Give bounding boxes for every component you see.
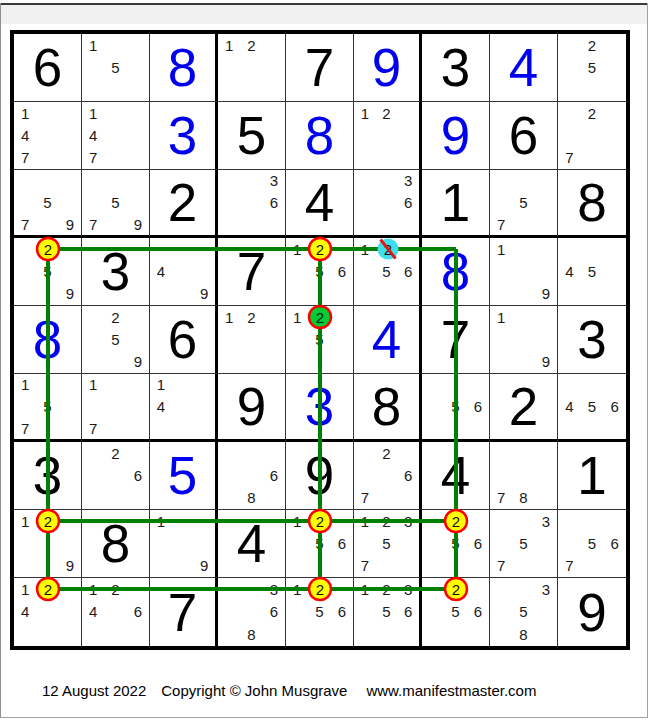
candidate-9: 9 (59, 213, 81, 235)
candidate-5: 5 (444, 396, 466, 418)
candidate-grid: 157 (14, 374, 81, 439)
cell-r5c7[interactable]: 7 (422, 306, 490, 374)
candidate-3: 3 (397, 510, 419, 532)
candidate-6: 6 (467, 532, 489, 554)
cell-r3c7[interactable]: 1 (422, 170, 490, 238)
footer-website[interactable]: www.manifestmaster.com (366, 682, 536, 699)
cell-r2c5[interactable]: 8 (286, 102, 354, 170)
cell-value: 3 (286, 374, 353, 439)
candidate-6: 6 (397, 260, 419, 282)
candidate-9: 9 (127, 213, 149, 235)
cell-r3c8[interactable]: 57 (490, 170, 558, 238)
candidate-grid: 259 (14, 238, 81, 305)
candidate-3: 3 (535, 510, 557, 532)
candidate-1: 1 (286, 238, 308, 260)
candidate-1: 1 (354, 510, 376, 532)
candidate-2: 2 (376, 442, 398, 464)
cell-r8c4[interactable]: 4 (218, 510, 286, 578)
cell-r5c6[interactable]: 4 (354, 306, 422, 374)
candidate-6: 6 (467, 396, 489, 418)
cell-value: 8 (422, 238, 489, 305)
candidate-2: 2 (104, 306, 126, 328)
cell-value: 5 (150, 442, 215, 509)
candidate-9: 9 (535, 351, 557, 373)
cell-value: 2 (150, 170, 215, 235)
candidate-2: 2 (581, 34, 604, 56)
candidate-1: 1 (354, 102, 376, 124)
candidate-7: 7 (490, 555, 512, 577)
candidate-grid: 259 (82, 306, 149, 373)
cell-r2c7[interactable]: 9 (422, 102, 490, 170)
cell-r7c4[interactable]: 68 (218, 442, 286, 510)
candidate-6: 6 (263, 464, 285, 486)
cell-r4c6[interactable]: 1256 (354, 238, 422, 306)
candidate-7: 7 (82, 417, 104, 439)
sudoku-board: 6158127934251471473581296275795792364361… (10, 30, 630, 650)
candidate-1: 1 (14, 374, 36, 396)
window-top-band (1, 3, 647, 24)
candidate-grid: 57 (490, 170, 557, 235)
candidate-1: 1 (354, 238, 376, 260)
candidate-6: 6 (603, 532, 626, 554)
candidate-5: 5 (308, 260, 330, 282)
candidate-3: 3 (397, 170, 419, 192)
cell-r6c7[interactable]: 56 (422, 374, 490, 442)
cell-r6c1[interactable]: 157 (14, 374, 82, 442)
cell-value: 3 (558, 306, 626, 373)
cell-r9c3[interactable]: 7 (150, 578, 218, 646)
cell-r6c2[interactable]: 17 (82, 374, 150, 442)
candidate-grid: 12 (354, 102, 419, 169)
candidate-1: 1 (82, 34, 104, 56)
cell-value: 3 (14, 442, 81, 509)
cell-r5c4[interactable]: 12 (218, 306, 286, 374)
cell-r8c7[interactable]: 256 (422, 510, 490, 578)
candidate-5: 5 (581, 56, 604, 78)
candidate-2: 2 (104, 442, 126, 464)
cell-r6c4[interactable]: 9 (218, 374, 286, 442)
candidate-grid: 36 (218, 170, 285, 235)
candidate-1: 1 (82, 102, 104, 124)
candidate-5: 5 (308, 328, 330, 350)
candidate-5: 5 (581, 532, 604, 554)
candidate-9: 9 (127, 351, 149, 373)
candidate-5: 5 (376, 601, 398, 624)
candidate-6: 6 (263, 192, 285, 214)
candidate-grid: 256 (422, 510, 489, 577)
cell-value: 7 (286, 34, 353, 101)
candidate-2: 2 (240, 34, 262, 56)
candidate-3: 3 (535, 578, 557, 601)
cell-value: 9 (354, 34, 419, 101)
candidate-1: 1 (354, 578, 376, 601)
candidate-7: 7 (490, 213, 512, 235)
cell-r4c3[interactable]: 49 (150, 238, 218, 306)
cell-value: 9 (286, 442, 353, 509)
cell-r4c8[interactable]: 19 (490, 238, 558, 306)
cell-r6c9[interactable]: 456 (558, 374, 626, 442)
candidate-grid: 12 (218, 306, 285, 373)
candidate-4: 4 (14, 124, 36, 146)
candidate-2: 2 (36, 578, 58, 601)
candidate-7: 7 (14, 147, 36, 169)
cell-r5c9[interactable]: 3 (558, 306, 626, 374)
candidate-grid: 1256 (286, 578, 353, 646)
candidate-7: 7 (558, 147, 581, 169)
cell-r9c6[interactable]: 12356 (354, 578, 422, 646)
candidate-grid: 147 (82, 102, 149, 169)
cell-value: 2 (490, 374, 557, 439)
cell-r5c8[interactable]: 19 (490, 306, 558, 374)
candidate-4: 4 (14, 601, 36, 624)
candidate-2: 2 (308, 238, 330, 260)
cell-value: 1 (422, 170, 489, 235)
cell-value: 3 (422, 34, 489, 101)
candidate-6: 6 (127, 601, 149, 624)
cell-r4c5[interactable]: 1256 (286, 238, 354, 306)
candidate-9: 9 (59, 555, 81, 577)
candidate-grid: 1256 (286, 238, 353, 305)
cell-r1c4[interactable]: 12 (218, 34, 286, 102)
candidate-1: 1 (218, 306, 240, 328)
candidate-5: 5 (512, 192, 534, 214)
candidate-grid: 14 (150, 374, 215, 439)
candidate-grid: 12 (218, 34, 285, 101)
cell-value: 4 (354, 306, 419, 373)
candidate-1: 1 (218, 34, 240, 56)
candidate-3: 3 (263, 170, 285, 192)
cell-r5c2[interactable]: 259 (82, 306, 150, 374)
candidate-grid: 15 (82, 34, 149, 101)
cell-r5c1[interactable]: 8 (14, 306, 82, 374)
candidate-grid: 19 (490, 306, 557, 373)
candidate-7: 7 (490, 487, 512, 509)
candidate-grid: 19 (150, 510, 215, 577)
cell-r6c8[interactable]: 2 (490, 374, 558, 442)
candidate-grid: 25 (558, 34, 626, 101)
cell-r1c5[interactable]: 7 (286, 34, 354, 102)
cell-r2c2[interactable]: 147 (82, 102, 150, 170)
candidate-2: 2 (104, 578, 126, 601)
cell-r8c1[interactable]: 129 (14, 510, 82, 578)
candidate-8: 8 (240, 623, 262, 646)
candidate-7: 7 (354, 487, 376, 509)
candidate-grid: 27 (558, 102, 626, 169)
candidate-1: 1 (286, 578, 308, 601)
candidate-1: 1 (490, 306, 512, 328)
candidate-7: 7 (14, 417, 36, 439)
cell-r6c5[interactable]: 3 (286, 374, 354, 442)
candidate-2: 2 (36, 238, 58, 260)
candidate-grid: 256 (422, 578, 489, 646)
cell-r1c7[interactable]: 3 (422, 34, 490, 102)
cell-r9c1[interactable]: 124 (14, 578, 82, 646)
cell-value: 9 (218, 374, 285, 439)
cell-r3c3[interactable]: 2 (150, 170, 218, 238)
cell-value: 7 (422, 306, 489, 373)
candidate-7: 7 (82, 147, 104, 169)
cell-value: 4 (286, 170, 353, 235)
cell-value: 8 (150, 34, 215, 101)
candidate-grid: 36 (354, 170, 419, 235)
candidate-7: 7 (558, 555, 581, 577)
candidate-grid: 1256 (286, 510, 353, 577)
candidate-5: 5 (444, 532, 466, 554)
candidate-5: 5 (36, 260, 58, 282)
candidate-grid: 12357 (354, 510, 419, 577)
cell-value: 8 (286, 102, 353, 169)
candidate-5: 5 (512, 532, 534, 554)
cell-r4c9[interactable]: 45 (558, 238, 626, 306)
candidate-grid: 147 (14, 102, 81, 169)
cell-r1c1[interactable]: 6 (14, 34, 82, 102)
cell-value: 1 (558, 442, 626, 509)
candidate-1: 1 (150, 374, 172, 396)
candidate-8: 8 (512, 623, 534, 646)
candidate-5: 5 (308, 532, 330, 554)
candidate-6: 6 (127, 464, 149, 486)
cell-r8c5[interactable]: 1256 (286, 510, 354, 578)
candidate-grid: 49 (150, 238, 215, 305)
cell-r4c1[interactable]: 259 (14, 238, 82, 306)
candidate-2: 2 (308, 306, 330, 328)
cell-r2c9[interactable]: 27 (558, 102, 626, 170)
candidate-4: 4 (558, 260, 581, 282)
footer-date: 12 August 2022 (42, 682, 146, 699)
candidate-2: 2 (444, 510, 466, 532)
candidate-grid: 129 (14, 510, 81, 577)
candidate-1: 1 (286, 306, 308, 328)
cell-value: 8 (558, 170, 626, 235)
cell-r9c4[interactable]: 368 (218, 578, 286, 646)
cell-r1c6[interactable]: 9 (354, 34, 422, 102)
candidate-1: 1 (14, 510, 36, 532)
candidate-grid: 368 (218, 578, 285, 646)
cell-value: 6 (150, 306, 215, 373)
candidate-9: 9 (59, 283, 81, 305)
candidate-9: 9 (193, 283, 215, 305)
candidate-5: 5 (581, 396, 604, 418)
cell-r8c3[interactable]: 19 (150, 510, 218, 578)
cell-value: 9 (422, 102, 489, 169)
cell-r3c5[interactable]: 4 (286, 170, 354, 238)
cell-r2c8[interactable]: 6 (490, 102, 558, 170)
candidate-5: 5 (444, 601, 466, 624)
cell-r2c4[interactable]: 5 (218, 102, 286, 170)
candidate-1: 1 (150, 510, 172, 532)
cell-r1c2[interactable]: 15 (82, 34, 150, 102)
candidate-grid: 267 (354, 442, 419, 509)
candidate-2: 2 (308, 510, 330, 532)
candidate-3: 3 (263, 578, 285, 601)
candidate-grid: 45 (558, 238, 626, 305)
candidate-5: 5 (36, 396, 58, 418)
candidate-5: 5 (581, 260, 604, 282)
cell-value: 4 (490, 34, 557, 101)
cell-r9c7[interactable]: 256 (422, 578, 490, 646)
candidate-5: 5 (104, 328, 126, 350)
candidate-1: 1 (286, 510, 308, 532)
candidate-7: 7 (14, 213, 36, 235)
candidate-6: 6 (467, 601, 489, 624)
cell-r9c2[interactable]: 1246 (82, 578, 150, 646)
candidate-2: 2 (36, 510, 58, 532)
candidate-grid: 456 (558, 374, 626, 439)
candidate-5: 5 (104, 192, 126, 214)
cell-r7c3[interactable]: 5 (150, 442, 218, 510)
cell-r7c2[interactable]: 26 (82, 442, 150, 510)
candidate-grid: 579 (82, 170, 149, 235)
cell-r6c3[interactable]: 14 (150, 374, 218, 442)
candidate-6: 6 (263, 601, 285, 624)
candidate-4: 4 (150, 260, 172, 282)
candidate-1: 1 (82, 578, 104, 601)
cell-value: 8 (14, 306, 81, 373)
cell-r7c1[interactable]: 3 (14, 442, 82, 510)
candidate-5: 5 (36, 192, 58, 214)
candidate-6: 6 (397, 601, 419, 624)
candidate-6: 6 (603, 396, 626, 418)
candidate-3: 3 (397, 578, 419, 601)
candidate-grid: 68 (218, 442, 285, 509)
candidate-6: 6 (331, 532, 353, 554)
candidate-5: 5 (104, 56, 126, 78)
cell-r3c6[interactable]: 36 (354, 170, 422, 238)
cell-r9c9[interactable]: 9 (558, 578, 626, 646)
cell-value: 7 (150, 578, 215, 646)
candidate-1: 1 (14, 102, 36, 124)
cell-r2c1[interactable]: 147 (14, 102, 82, 170)
candidate-2: 2 (376, 102, 398, 124)
cell-r4c4[interactable]: 7 (218, 238, 286, 306)
cell-r8c9[interactable]: 567 (558, 510, 626, 578)
candidate-5: 5 (376, 532, 398, 554)
candidate-grid: 26 (82, 442, 149, 509)
candidate-7: 7 (354, 555, 376, 577)
cell-r2c3[interactable]: 3 (150, 102, 218, 170)
candidate-grid: 358 (490, 578, 557, 646)
candidate-2: 2 (376, 238, 398, 260)
cell-r9c5[interactable]: 1256 (286, 578, 354, 646)
cell-value: 4 (422, 442, 489, 509)
cell-r7c7[interactable]: 4 (422, 442, 490, 510)
cell-r6c6[interactable]: 8 (354, 374, 422, 442)
cell-value: 8 (82, 510, 149, 577)
candidate-grid: 19 (490, 238, 557, 305)
candidate-2: 2 (376, 510, 398, 532)
candidate-grid: 579 (14, 170, 81, 235)
candidate-1: 1 (14, 578, 36, 601)
candidate-9: 9 (535, 283, 557, 305)
cell-r7c8[interactable]: 78 (490, 442, 558, 510)
candidate-8: 8 (512, 487, 534, 509)
candidate-grid: 1246 (82, 578, 149, 646)
candidate-6: 6 (397, 192, 419, 214)
candidate-5: 5 (376, 260, 398, 282)
candidate-5: 5 (308, 601, 330, 624)
candidate-grid: 17 (82, 374, 149, 439)
cell-value: 3 (150, 102, 215, 169)
cell-value: 6 (14, 34, 81, 101)
candidate-grid: 357 (490, 510, 557, 577)
footer-copyright: Copyright © John Musgrave (161, 682, 347, 699)
cell-r8c2[interactable]: 8 (82, 510, 150, 578)
candidate-2: 2 (444, 578, 466, 601)
cell-r9c8[interactable]: 358 (490, 578, 558, 646)
cell-r1c8[interactable]: 4 (490, 34, 558, 102)
cell-r5c3[interactable]: 6 (150, 306, 218, 374)
cell-value: 5 (218, 102, 285, 169)
candidate-4: 4 (82, 601, 104, 624)
candidate-2: 2 (581, 102, 604, 124)
candidate-4: 4 (558, 396, 581, 418)
cell-value: 7 (218, 238, 285, 305)
cell-r2c6[interactable]: 12 (354, 102, 422, 170)
candidate-grid: 567 (558, 510, 626, 577)
cell-value: 6 (490, 102, 557, 169)
cell-r4c7[interactable]: 8 (422, 238, 490, 306)
candidate-6: 6 (397, 464, 419, 486)
cell-r1c9[interactable]: 25 (558, 34, 626, 102)
cell-r3c4[interactable]: 36 (218, 170, 286, 238)
page: { "game": "sudoku", "position": "6.8.793… (0, 0, 650, 720)
candidate-2: 2 (308, 578, 330, 601)
candidate-grid: 1256 (354, 238, 419, 305)
candidate-8: 8 (240, 487, 262, 509)
cell-r3c2[interactable]: 579 (82, 170, 150, 238)
candidate-6: 6 (331, 260, 353, 282)
candidate-7: 7 (82, 213, 104, 235)
cell-r5c5[interactable]: 125 (286, 306, 354, 374)
candidate-grid: 78 (490, 442, 557, 509)
candidate-4: 4 (82, 124, 104, 146)
candidate-grid: 56 (422, 374, 489, 439)
cell-value: 8 (354, 374, 419, 439)
candidate-6: 6 (331, 601, 353, 624)
cell-r1c3[interactable]: 8 (150, 34, 218, 102)
cell-r7c6[interactable]: 267 (354, 442, 422, 510)
candidate-9: 9 (193, 555, 215, 577)
candidate-1: 1 (490, 238, 512, 260)
cell-r7c9[interactable]: 1 (558, 442, 626, 510)
cell-value: 3 (82, 238, 149, 305)
candidate-2: 2 (240, 306, 262, 328)
cell-r8c6[interactable]: 12357 (354, 510, 422, 578)
cell-r4c2[interactable]: 3 (82, 238, 150, 306)
cell-value: 4 (218, 510, 285, 577)
candidate-5: 5 (512, 601, 534, 624)
candidate-4: 4 (150, 396, 172, 418)
candidate-grid: 12356 (354, 578, 419, 646)
candidate-1: 1 (82, 374, 104, 396)
cell-r7c5[interactable]: 9 (286, 442, 354, 510)
cell-value: 9 (558, 578, 626, 646)
cell-r3c9[interactable]: 8 (558, 170, 626, 238)
footer-caption: 12 August 2022Copyright © John Musgravew… (42, 682, 536, 699)
candidate-grid: 125 (286, 306, 353, 373)
cell-r8c8[interactable]: 357 (490, 510, 558, 578)
candidate-grid: 124 (14, 578, 81, 646)
candidate-2: 2 (376, 578, 398, 601)
cell-r3c1[interactable]: 579 (14, 170, 82, 238)
